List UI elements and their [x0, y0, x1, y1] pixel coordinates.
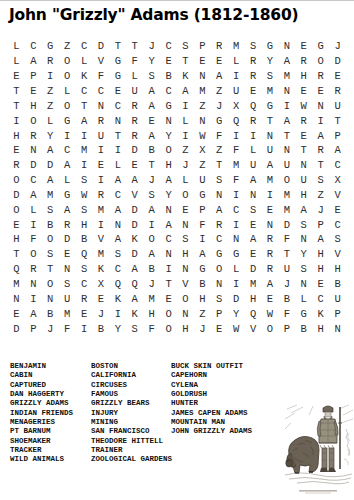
word-list-item: HUNTER: [171, 399, 252, 408]
grid-cell-r18c17: B: [278, 291, 295, 306]
grid-cell-r8c1: E: [8, 143, 25, 158]
grid-cell-r10c1: O: [8, 173, 25, 188]
grid-cell-r19c4: M: [59, 306, 76, 321]
grid-cell-r1c6: D: [92, 39, 109, 54]
grid-cell-r19c17: F: [278, 306, 295, 321]
grid-cell-r17c16: A: [261, 277, 278, 292]
grid-cell-r16c19: H: [312, 262, 329, 277]
grid-cell-r10c11: L: [177, 173, 194, 188]
grid-cell-r9c12: Z: [194, 158, 211, 173]
grid-cell-r2c17: A: [278, 54, 295, 69]
grid-cell-r7c10: Y: [160, 128, 177, 143]
grid-cell-r19c16: W: [261, 306, 278, 321]
grid-cell-r11c18: H: [295, 188, 312, 203]
grid-cell-r16c6: K: [92, 262, 109, 277]
grid-cell-r4c11: A: [177, 84, 194, 99]
word-list-column-3: BUCK SKIN OUTFITCAPEHORNCYLENAGOLDRUSHHU…: [171, 362, 252, 437]
grid-cell-r9c2: D: [25, 158, 42, 173]
grid-cell-r11c2: A: [25, 188, 42, 203]
grid-cell-r18c13: S: [211, 291, 228, 306]
grid-cell-r12c4: A: [59, 202, 76, 217]
grid-cell-r20c2: P: [25, 321, 42, 336]
grid-cell-r17c11: V: [177, 277, 194, 292]
grid-cell-r6c2: O: [25, 113, 42, 128]
grid-cell-r17c4: S: [59, 277, 76, 292]
grid-cell-r18c6: E: [92, 291, 109, 306]
grid-cell-r11c11: O: [177, 188, 194, 203]
grid-cell-r8c17: N: [278, 143, 295, 158]
grid-cell-r1c18: E: [295, 39, 312, 54]
grid-cell-r5c20: U: [329, 98, 346, 113]
grid-cell-r9c4: A: [59, 158, 76, 173]
grid-cell-r7c13: F: [211, 128, 228, 143]
grid-cell-r9c10: H: [160, 158, 177, 173]
grid-cell-r4c19: E: [312, 84, 329, 99]
grid-cell-r8c12: X: [194, 143, 211, 158]
grid-cell-r3c2: P: [25, 69, 42, 84]
grid-cell-r8c13: Z: [211, 143, 228, 158]
grid-cell-r19c13: P: [211, 306, 228, 321]
grid-cell-r3c4: O: [59, 69, 76, 84]
grid-cell-r14c5: B: [76, 232, 93, 247]
word-list-item: CALIFORNIA: [91, 371, 172, 380]
grid-cell-r8c9: B: [143, 143, 160, 158]
grid-cell-r1c7: T: [109, 39, 126, 54]
grid-cell-r20c11: H: [177, 321, 194, 336]
grid-cell-r11c20: V: [329, 188, 346, 203]
grid-cell-r15c13: G: [211, 247, 228, 262]
grid-cell-r5c6: N: [92, 98, 109, 113]
grid-cell-r6c7: N: [109, 113, 126, 128]
grid-cell-r15c4: E: [59, 247, 76, 262]
grid-cell-r2c4: O: [59, 54, 76, 69]
grid-cell-r8c10: O: [160, 143, 177, 158]
grid-cell-r18c1: N: [8, 291, 25, 306]
grid-cell-r13c7: N: [109, 217, 126, 232]
grid-cell-r11c17: M: [278, 188, 295, 203]
grid-cell-r1c13: R: [211, 39, 228, 54]
grid-cell-r2c8: F: [126, 54, 143, 69]
grid-cell-r18c20: U: [329, 291, 346, 306]
word-list-item: GOLDRUSH: [171, 390, 252, 399]
illustration-adams-and-bear: [283, 403, 354, 498]
grid-cell-r9c17: U: [278, 158, 295, 173]
grid-cell-r11c16: I: [261, 188, 278, 203]
grid-cell-r11c15: N: [245, 188, 262, 203]
grid-cell-r16c1: Q: [8, 262, 25, 277]
word-list-item: TRAINER: [91, 446, 172, 455]
grid-cell-r7c1: H: [8, 128, 25, 143]
grid-cell-r19c11: N: [177, 306, 194, 321]
grid-cell-r11c19: Z: [312, 188, 329, 203]
grid-cell-r14c17: F: [278, 232, 295, 247]
word-list-item: INJURY: [91, 409, 172, 418]
grid-cell-r19c8: K: [126, 306, 143, 321]
grid-cell-r19c7: I: [109, 306, 126, 321]
grid-cell-r4c3: Z: [42, 84, 59, 99]
worksheet-page: { "game": "word-search", "title": "John …: [0, 0, 354, 500]
grid-cell-r14c7: A: [109, 232, 126, 247]
grid-cell-r15c17: T: [278, 247, 295, 262]
word-list-item: BOSTON: [91, 362, 172, 371]
grid-cell-r12c20: E: [329, 202, 346, 217]
grid-cell-r4c7: E: [109, 84, 126, 99]
grid-cell-r6c10: N: [160, 113, 177, 128]
grid-cell-r16c7: C: [109, 262, 126, 277]
grid-cell-r10c19: S: [312, 173, 329, 188]
grid-cell-r16c8: A: [126, 262, 143, 277]
grid-cell-r14c16: R: [261, 232, 278, 247]
grid-cell-r12c1: O: [8, 202, 25, 217]
grid-cell-r14c2: F: [25, 232, 42, 247]
grid-cell-r7c11: I: [177, 128, 194, 143]
grid-cell-r6c16: T: [261, 113, 278, 128]
grid-cell-r8c16: U: [261, 143, 278, 158]
grid-cell-r18c11: O: [177, 291, 194, 306]
grid-cell-r17c18: N: [295, 277, 312, 292]
grid-cell-r7c20: P: [329, 128, 346, 143]
grid-cell-r9c18: N: [295, 158, 312, 173]
grid-cell-r17c10: T: [160, 277, 177, 292]
grid-cell-r13c2: I: [25, 217, 42, 232]
grid-cell-r18c14: D: [228, 291, 245, 306]
word-list-item: SHOEMAKER: [10, 437, 73, 446]
grid-cell-r12c14: C: [228, 202, 245, 217]
grid-cell-r4c13: Z: [211, 84, 228, 99]
grid-cell-r7c15: I: [245, 128, 262, 143]
grid-cell-r16c13: O: [211, 262, 228, 277]
word-list-item: CIRCUSES: [91, 381, 172, 390]
grid-cell-r14c12: I: [194, 232, 211, 247]
grid-cell-r4c14: U: [228, 84, 245, 99]
grid-cell-r6c19: I: [312, 113, 329, 128]
grid-cell-r12c16: E: [261, 202, 278, 217]
grid-cell-r17c6: X: [92, 277, 109, 292]
grid-cell-r12c5: S: [76, 202, 93, 217]
word-list-item: CAPEHORN: [171, 371, 252, 380]
word-list-item: BUCK SKIN OUTFIT: [171, 362, 252, 371]
grid-cell-r4c6: C: [92, 84, 109, 99]
grid-cell-r6c4: G: [59, 113, 76, 128]
grid-cell-r5c9: A: [143, 98, 160, 113]
word-list-item: CYLENA: [171, 381, 252, 390]
grid-cell-r16c18: S: [295, 262, 312, 277]
grid-cell-r4c20: R: [329, 84, 346, 99]
grid-cell-r11c5: W: [76, 188, 93, 203]
grid-cell-r7c8: R: [126, 128, 143, 143]
grid-cell-r19c3: B: [42, 306, 59, 321]
grid-cell-r12c13: A: [211, 202, 228, 217]
grid-cell-r2c19: O: [312, 54, 329, 69]
grid-cell-r13c19: P: [312, 217, 329, 232]
grid-cell-r14c19: A: [312, 232, 329, 247]
grid-cell-r10c15: A: [245, 173, 262, 188]
grid-cell-r7c6: U: [92, 128, 109, 143]
grid-cell-r15c20: V: [329, 247, 346, 262]
grid-cell-r12c3: S: [42, 202, 59, 217]
grid-cell-r14c4: D: [59, 232, 76, 247]
grid-cell-r13c18: S: [295, 217, 312, 232]
grid-cell-r6c6: R: [92, 113, 109, 128]
grid-cell-r8c4: C: [59, 143, 76, 158]
grid-cell-r4c10: C: [160, 84, 177, 99]
grid-cell-r3c6: F: [92, 69, 109, 84]
grid-cell-r9c6: E: [92, 158, 109, 173]
grid-cell-r2c1: L: [8, 54, 25, 69]
grid-cell-r16c5: S: [76, 262, 93, 277]
grid-cell-r9c15: U: [245, 158, 262, 173]
grid-cell-r11c3: M: [42, 188, 59, 203]
grid-cell-r4c8: U: [126, 84, 143, 99]
grid-cell-r17c20: B: [329, 277, 346, 292]
grid-cell-r7c12: W: [194, 128, 211, 143]
grid-cell-r17c12: B: [194, 277, 211, 292]
grid-cell-r16c9: B: [143, 262, 160, 277]
grid-cell-r9c14: M: [228, 158, 245, 173]
grid-cell-r5c4: O: [59, 98, 76, 113]
grid-cell-r18c18: L: [295, 291, 312, 306]
grid-cell-r20c12: J: [194, 321, 211, 336]
grid-cell-r13c1: E: [8, 217, 25, 232]
grid-cell-r5c13: J: [211, 98, 228, 113]
grid-cell-r5c17: I: [278, 98, 295, 113]
grid-cell-r9c8: E: [126, 158, 143, 173]
grid-cell-r7c14: I: [228, 128, 245, 143]
grid-cell-r11c4: G: [59, 188, 76, 203]
grid-cell-r5c3: Z: [42, 98, 59, 113]
grid-cell-r18c3: N: [42, 291, 59, 306]
grid-cell-r11c13: N: [211, 188, 228, 203]
grid-cell-r1c2: C: [25, 39, 42, 54]
illustration-caption-smudge: [299, 490, 337, 494]
grid-cell-r8c8: D: [126, 143, 143, 158]
grid-cell-r17c19: E: [312, 277, 329, 292]
grid-cell-r3c13: A: [211, 69, 228, 84]
grid-cell-r17c7: Q: [109, 277, 126, 292]
grid-cell-r15c14: G: [228, 247, 245, 262]
grid-cell-r1c9: J: [143, 39, 160, 54]
grid-cell-r2c7: G: [109, 54, 126, 69]
grid-cell-r6c18: R: [295, 113, 312, 128]
grid-cell-r2c13: E: [211, 54, 228, 69]
grid-cell-r6c12: N: [194, 113, 211, 128]
grid-cell-r19c15: Q: [245, 306, 262, 321]
grid-cell-r6c5: A: [76, 113, 93, 128]
word-list-item: INDIAN FRIENDS: [10, 409, 73, 418]
grid-cell-r8c7: I: [109, 143, 126, 158]
grid-cell-r3c16: S: [261, 69, 278, 84]
grid-cell-r15c8: D: [126, 247, 143, 262]
grid-cell-r20c5: I: [76, 321, 93, 336]
grid-cell-r15c16: R: [261, 247, 278, 262]
grid-cell-r17c9: J: [143, 277, 160, 292]
grid-cell-r20c16: O: [261, 321, 278, 336]
grid-cell-r10c12: U: [194, 173, 211, 188]
grid-cell-r10c20: X: [329, 173, 346, 188]
grid-cell-r9c19: T: [312, 158, 329, 173]
grid-cell-r5c15: Q: [245, 98, 262, 113]
grid-cell-r10c16: M: [261, 173, 278, 188]
grid-cell-r8c15: L: [245, 143, 262, 158]
grid-cell-r13c14: I: [228, 217, 245, 232]
grid-cell-r8c14: F: [228, 143, 245, 158]
grid-cell-r4c5: C: [76, 84, 93, 99]
grid-cell-r14c11: S: [177, 232, 194, 247]
grid-cell-r11c9: S: [143, 188, 160, 203]
grid-cell-r15c9: A: [143, 247, 160, 262]
grid-cell-r5c1: T: [8, 98, 25, 113]
grid-cell-r18c8: A: [126, 291, 143, 306]
grid-cell-r19c19: K: [312, 306, 329, 321]
word-list-item: GRIZZLY BEARS: [91, 399, 172, 408]
grid-cell-r3c18: H: [295, 69, 312, 84]
grid-cell-r8c11: Z: [177, 143, 194, 158]
grid-cell-r6c13: G: [211, 113, 228, 128]
grid-cell-r17c5: C: [76, 277, 93, 292]
grid-cell-r1c11: S: [177, 39, 194, 54]
ground-hatching: [285, 473, 352, 484]
grid-cell-r16c11: N: [177, 262, 194, 277]
word-list-item: BENJAMIN: [10, 362, 73, 371]
grid-cell-r1c12: P: [194, 39, 211, 54]
grid-cell-r8c19: R: [312, 143, 329, 158]
grid-cell-r7c3: Y: [42, 128, 59, 143]
grid-cell-r15c12: A: [194, 247, 211, 262]
grid-cell-r20c18: B: [295, 321, 312, 336]
grid-cell-r20c1: D: [8, 321, 25, 336]
grid-cell-r18c16: E: [261, 291, 278, 306]
grid-cell-r4c1: T: [8, 84, 25, 99]
grid-cell-r5c2: H: [25, 98, 42, 113]
grid-cell-r2c5: L: [76, 54, 93, 69]
grid-cell-r5c11: I: [177, 98, 194, 113]
grid-cell-r4c16: M: [261, 84, 278, 99]
grid-cell-r13c9: I: [143, 217, 160, 232]
grid-cell-r4c12: M: [194, 84, 211, 99]
word-list-item: PT BARNUM: [10, 427, 73, 436]
grid-cell-r16c2: R: [25, 262, 42, 277]
grid-cell-r10c6: I: [92, 173, 109, 188]
grid-cell-r6c17: A: [278, 113, 295, 128]
grid-cell-r12c9: A: [143, 202, 160, 217]
grid-cell-r10c10: A: [160, 173, 177, 188]
grid-cell-r17c3: O: [42, 277, 59, 292]
grid-cell-r14c1: H: [8, 232, 25, 247]
grid-cell-r10c7: A: [109, 173, 126, 188]
grid-cell-r3c3: I: [42, 69, 59, 84]
grid-cell-r2c15: R: [245, 54, 262, 69]
grid-cell-r15c18: Y: [295, 247, 312, 262]
grid-cell-r3c1: E: [8, 69, 25, 84]
grid-cell-r19c5: E: [76, 306, 93, 321]
grid-cell-r11c10: Y: [160, 188, 177, 203]
grid-cell-r4c2: E: [25, 84, 42, 99]
grid-cell-r10c4: L: [59, 173, 76, 188]
grid-cell-r13c11: N: [177, 217, 194, 232]
grid-cell-r6c3: L: [42, 113, 59, 128]
grid-cell-r7c9: A: [143, 128, 160, 143]
grid-cell-r18c15: H: [245, 291, 262, 306]
grid-cell-r14c18: N: [295, 232, 312, 247]
grid-cell-r17c14: I: [228, 277, 245, 292]
grid-cell-r9c9: T: [143, 158, 160, 173]
grid-cell-r4c9: A: [143, 84, 160, 99]
grid-cell-r9c11: J: [177, 158, 194, 173]
grid-cell-r9c20: C: [329, 158, 346, 173]
grid-cell-r6c9: E: [143, 113, 160, 128]
grid-cell-r14c8: K: [126, 232, 143, 247]
grid-cell-r1c15: S: [245, 39, 262, 54]
grid-cell-r5c5: T: [76, 98, 93, 113]
grid-cell-r3c10: B: [160, 69, 177, 84]
grid-cell-r18c5: R: [76, 291, 93, 306]
grid-cell-r12c11: E: [177, 202, 194, 217]
grid-cell-r2c16: Y: [261, 54, 278, 69]
grid-cell-r13c20: C: [329, 217, 346, 232]
grid-cell-r11c6: R: [92, 188, 109, 203]
grid-cell-r17c2: N: [25, 277, 42, 292]
grid-cell-r16c10: I: [160, 262, 177, 277]
word-list-column-1: BENJAMINCABINCAPTUREDDAN HAGGERTYGRIZZLY…: [10, 362, 73, 465]
grid-cell-r17c8: Q: [126, 277, 143, 292]
grid-cell-r15c6: M: [92, 247, 109, 262]
grid-cell-r15c1: T: [8, 247, 25, 262]
word-list-item: THEODORE HITTELL: [91, 437, 172, 446]
grid-cell-r5c10: G: [160, 98, 177, 113]
grid-cell-r13c13: R: [211, 217, 228, 232]
grid-cell-r14c14: N: [228, 232, 245, 247]
grid-cell-r9c7: L: [109, 158, 126, 173]
grid-cell-r11c7: C: [109, 188, 126, 203]
grid-cell-r8c20: A: [329, 143, 346, 158]
grid-cell-r7c16: N: [261, 128, 278, 143]
grid-cell-r10c14: F: [228, 173, 245, 188]
grid-cell-r16c20: H: [329, 262, 346, 277]
grid-cell-r7c5: I: [76, 128, 93, 143]
grid-cell-r10c17: O: [278, 173, 295, 188]
grid-cell-r15c19: H: [312, 247, 329, 262]
word-list-item: JAMES CAPEN ADAMS: [171, 409, 252, 418]
grid-cell-r1c8: T: [126, 39, 143, 54]
grid-cell-r10c5: S: [76, 173, 93, 188]
grid-cell-r19c12: Z: [194, 306, 211, 321]
grid-cell-r10c8: A: [126, 173, 143, 188]
adams-figure: [317, 406, 342, 472]
grid-cell-r14c10: C: [160, 232, 177, 247]
grid-cell-r5c19: N: [312, 98, 329, 113]
grid-cell-r5c14: X: [228, 98, 245, 113]
grid-cell-r12c19: J: [312, 202, 329, 217]
grid-cell-r1c17: N: [278, 39, 295, 54]
grid-cell-r18c2: I: [25, 291, 42, 306]
grid-cell-r19c18: G: [295, 306, 312, 321]
grid-cell-r12c2: L: [25, 202, 42, 217]
grid-cell-r17c13: N: [211, 277, 228, 292]
word-search-grid: LCGZCDTTJCSPRMSGNEGJLAROLVGFYETEELRYAROD…: [8, 39, 346, 336]
grid-cell-r18c10: E: [160, 291, 177, 306]
grid-cell-r15c5: Q: [76, 247, 93, 262]
grid-cell-r6c14: Q: [228, 113, 245, 128]
grid-cell-r3c20: E: [329, 69, 346, 84]
grid-cell-r10c18: U: [295, 173, 312, 188]
grid-cell-r20c15: V: [245, 321, 262, 336]
grid-cell-r6c1: I: [8, 113, 25, 128]
grid-cell-r10c3: A: [42, 173, 59, 188]
grid-cell-r1c3: G: [42, 39, 59, 54]
word-list-item: TRACKER: [10, 446, 73, 455]
grid-cell-r14c6: V: [92, 232, 109, 247]
grid-cell-r3c19: R: [312, 69, 329, 84]
